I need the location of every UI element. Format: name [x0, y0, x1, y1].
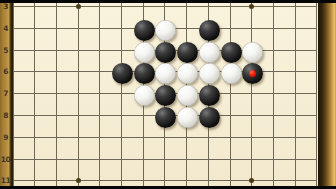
row-label: 11: [0, 176, 11, 185]
stone-white: [199, 42, 220, 63]
last-move-marker: [249, 70, 256, 77]
stone-black: [112, 63, 133, 84]
row-label: 5: [0, 46, 11, 55]
stone-black: [134, 63, 155, 84]
row-label: 7: [0, 89, 11, 98]
stone-black: [221, 42, 242, 63]
stone-black: [155, 107, 176, 128]
row-label: 9: [0, 133, 11, 142]
stone-black: [134, 20, 155, 41]
star-point: [249, 178, 254, 183]
letterbox-bottom-bar: [0, 186, 336, 189]
grid-line-horizontal: [13, 6, 317, 7]
grid-line-horizontal: [13, 159, 317, 160]
row-label: 10: [0, 155, 11, 164]
row-label: 4: [0, 24, 11, 33]
stone-white: [134, 85, 155, 106]
letterbox-top-bar: [0, 0, 336, 3]
grid-line-horizontal: [13, 137, 317, 138]
stone-black: [242, 63, 263, 84]
stone-white: [221, 63, 242, 84]
stone-white: [155, 20, 176, 41]
stone-black: [177, 42, 198, 63]
stone-black: [199, 20, 220, 41]
stone-white: [155, 63, 176, 84]
stone-black: [155, 42, 176, 63]
stone-black: [199, 85, 220, 106]
stone-white: [177, 107, 198, 128]
stone-white: [177, 63, 198, 84]
stone-black: [155, 85, 176, 106]
grid-line-horizontal: [13, 180, 317, 181]
stone-black: [199, 107, 220, 128]
row-label: 3: [0, 2, 11, 11]
row-label: 8: [0, 111, 11, 120]
star-point: [249, 4, 254, 9]
stone-white: [134, 42, 155, 63]
star-point: [76, 178, 81, 183]
stone-white: [177, 85, 198, 106]
board-frame-right: [318, 0, 336, 189]
row-label: 6: [0, 67, 11, 76]
gomoku-board-screenshot: 34567891011: [0, 0, 336, 189]
stone-white: [242, 42, 263, 63]
stone-white: [199, 63, 220, 84]
star-point: [76, 4, 81, 9]
